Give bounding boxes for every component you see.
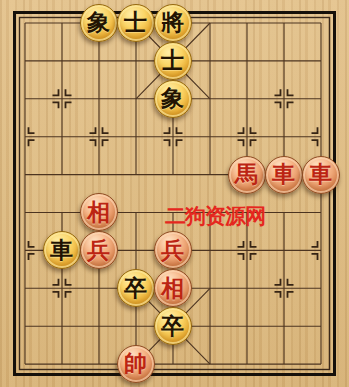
piece-black-soldier[interactable]: 卒 [117,269,155,307]
piece-red-horse[interactable]: 馬 [228,156,266,194]
piece-black-advisor[interactable]: 士 [154,42,192,80]
piece-black-elephant[interactable]: 象 [80,4,118,42]
piece-red-elephant[interactable]: 相 [80,193,118,231]
piece-red-chariot[interactable]: 車 [302,156,340,194]
piece-black-advisor[interactable]: 士 [117,4,155,42]
piece-black-chariot[interactable]: 車 [43,231,81,269]
xiangqi-screen: 象士將士象馬車車相車兵兵卒相卒帥 二狗资源网 [0,0,349,387]
piece-black-soldier[interactable]: 卒 [154,307,192,345]
piece-red-chariot[interactable]: 車 [265,156,303,194]
piece-red-elephant[interactable]: 相 [154,269,192,307]
piece-red-general[interactable]: 帥 [117,345,155,383]
piece-black-elephant[interactable]: 象 [154,80,192,118]
piece-black-general[interactable]: 將 [154,4,192,42]
piece-grid: 象士將士象馬車車相車兵兵卒相卒帥 [6,4,339,383]
piece-red-soldier[interactable]: 兵 [154,231,192,269]
piece-red-soldier[interactable]: 兵 [80,231,118,269]
